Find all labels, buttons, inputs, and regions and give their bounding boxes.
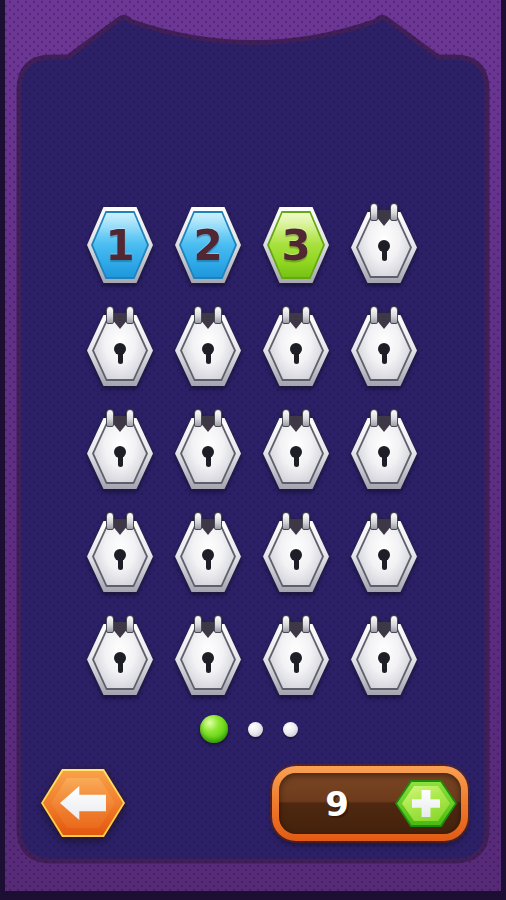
shackle-icon	[302, 409, 310, 427]
keyhole-icon	[351, 652, 417, 673]
shackle-icon	[302, 615, 310, 633]
keyhole-icon	[263, 652, 329, 673]
shackle-icon	[126, 409, 134, 427]
add-button[interactable]	[395, 780, 457, 827]
keyhole-icon	[351, 549, 417, 570]
counter-value: 9	[279, 784, 395, 824]
shackle-icon	[370, 306, 378, 324]
shackle-icon	[282, 409, 290, 427]
level-cell-locked[interactable]	[87, 409, 153, 489]
level-grid: 123	[87, 180, 417, 695]
keyhole-icon	[175, 343, 241, 364]
level-cell-locked[interactable]	[351, 306, 417, 386]
shackle-icon	[194, 615, 202, 633]
level-cell-3[interactable]: 3	[263, 207, 329, 283]
shackle-icon	[214, 512, 222, 530]
shackle-icon	[106, 615, 114, 633]
shackle-icon	[214, 306, 222, 324]
level-cell-2[interactable]: 2	[175, 207, 241, 283]
keyhole-icon	[175, 446, 241, 467]
screen-bottom-edge	[0, 891, 506, 900]
shackle-icon	[302, 512, 310, 530]
shackle-icon	[390, 306, 398, 324]
level-number: 1	[87, 207, 153, 283]
keyhole-icon	[175, 652, 241, 673]
shackle-icon	[126, 615, 134, 633]
level-cell-locked[interactable]	[351, 203, 417, 283]
shackle-icon	[302, 306, 310, 324]
level-cell-1[interactable]: 1	[87, 207, 153, 283]
level-cell-locked[interactable]	[87, 615, 153, 695]
shackle-icon	[282, 306, 290, 324]
shackle-icon	[106, 512, 114, 530]
shackle-icon	[370, 512, 378, 530]
keyhole-icon	[87, 446, 153, 467]
shackle-icon	[390, 615, 398, 633]
shackle-icon	[194, 306, 202, 324]
level-cell-locked[interactable]	[175, 306, 241, 386]
level-number: 3	[263, 207, 329, 283]
booster-counter-inner: 9	[279, 773, 461, 834]
shackle-icon	[106, 409, 114, 427]
level-cell-locked[interactable]	[175, 615, 241, 695]
level-cell-locked[interactable]	[263, 409, 329, 489]
shackle-icon	[282, 615, 290, 633]
level-cell-locked[interactable]	[263, 615, 329, 695]
screen-right-edge	[501, 0, 506, 900]
keyhole-icon	[87, 549, 153, 570]
page-dot[interactable]	[283, 722, 298, 737]
level-cell-locked[interactable]	[175, 512, 241, 592]
level-cell-locked[interactable]	[263, 306, 329, 386]
keyhole-icon	[175, 549, 241, 570]
level-cell-locked[interactable]	[175, 409, 241, 489]
booster-counter: 9	[272, 766, 468, 841]
shackle-icon	[282, 512, 290, 530]
shackle-icon	[390, 512, 398, 530]
shackle-icon	[194, 512, 202, 530]
shackle-icon	[390, 409, 398, 427]
keyhole-icon	[87, 652, 153, 673]
shackle-icon	[370, 203, 378, 221]
shackle-icon	[214, 409, 222, 427]
level-cell-locked[interactable]	[87, 306, 153, 386]
page-dot-active[interactable]	[200, 715, 228, 743]
keyhole-icon	[263, 549, 329, 570]
level-cell-locked[interactable]	[87, 512, 153, 592]
level-cell-locked[interactable]	[263, 512, 329, 592]
level-cell-locked[interactable]	[351, 615, 417, 695]
shackle-icon	[390, 203, 398, 221]
keyhole-icon	[351, 343, 417, 364]
page-indicator	[200, 715, 298, 743]
shackle-icon	[214, 615, 222, 633]
screen-left-edge	[0, 0, 5, 900]
page-dot[interactable]	[248, 722, 263, 737]
keyhole-icon	[263, 446, 329, 467]
shackle-icon	[370, 409, 378, 427]
keyhole-icon	[351, 446, 417, 467]
level-select-screen: 123 9	[0, 0, 506, 900]
keyhole-icon	[263, 343, 329, 364]
back-button[interactable]	[41, 769, 125, 837]
keyhole-icon	[87, 343, 153, 364]
keyhole-icon	[351, 240, 417, 261]
shackle-icon	[370, 615, 378, 633]
shackle-icon	[106, 306, 114, 324]
level-cell-locked[interactable]	[351, 409, 417, 489]
shackle-icon	[126, 512, 134, 530]
shackle-icon	[126, 306, 134, 324]
shackle-icon	[194, 409, 202, 427]
level-number: 2	[175, 207, 241, 283]
level-cell-locked[interactable]	[351, 512, 417, 592]
